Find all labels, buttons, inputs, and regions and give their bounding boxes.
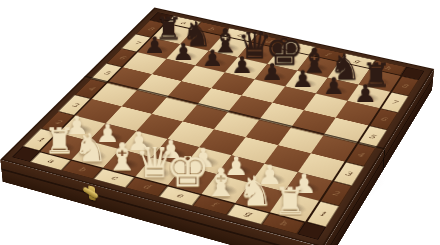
piece-contact-shadow bbox=[112, 156, 143, 171]
coord-label: e bbox=[175, 192, 185, 199]
piece-contact-shadow bbox=[66, 122, 96, 136]
piece-contact-shadow bbox=[144, 165, 175, 180]
piece-contact-shadow bbox=[187, 35, 214, 46]
coord-label: 5 bbox=[368, 133, 377, 140]
coord-label: 2 bbox=[53, 119, 63, 125]
piece-contact-shadow bbox=[323, 84, 351, 97]
piece-contact-shadow bbox=[262, 70, 289, 82]
piece-contact-shadow bbox=[354, 91, 382, 104]
piece-contact-shadow bbox=[49, 140, 79, 154]
piece-contact-shadow bbox=[216, 42, 243, 53]
coord-label: a bbox=[179, 20, 187, 25]
piece-contact-shadow bbox=[80, 148, 110, 162]
piece-contact-shadow bbox=[365, 75, 392, 87]
piece-contact-shadow bbox=[278, 199, 310, 215]
piece-contact-shadow bbox=[145, 43, 172, 54]
coord-label: h bbox=[384, 65, 392, 71]
piece-contact-shadow bbox=[274, 55, 301, 67]
piece-contact-shadow bbox=[244, 191, 275, 207]
piece-contact-shadow bbox=[159, 29, 185, 40]
coord-label: 4 bbox=[86, 86, 96, 92]
coord-label: 8 bbox=[146, 26, 155, 31]
coord-label: c bbox=[109, 174, 119, 181]
coord-label: 6 bbox=[379, 116, 388, 122]
chess-box: abcdefgh abcdefgh 87654321 87654321 ♜♞♝♛… bbox=[0, 8, 434, 245]
coord-label: 3 bbox=[70, 102, 80, 108]
coord-label: 7 bbox=[390, 99, 399, 105]
coord-label: 4 bbox=[356, 151, 365, 158]
piece-contact-shadow bbox=[258, 171, 289, 186]
piece-contact-shadow bbox=[173, 50, 200, 62]
piece-contact-shadow bbox=[192, 154, 222, 169]
coord-label: b bbox=[77, 166, 88, 173]
piece-contact-shadow bbox=[128, 138, 158, 152]
piece-contact-shadow bbox=[225, 162, 256, 177]
product-photo: abcdefgh abcdefgh 87654321 87654321 ♜♞♝♛… bbox=[0, 0, 440, 245]
piece-contact-shadow bbox=[210, 182, 241, 198]
coord-label: c bbox=[236, 33, 244, 38]
coord-label: h bbox=[278, 219, 288, 227]
brass-latch bbox=[82, 184, 100, 206]
coord-label: g bbox=[243, 210, 253, 218]
coord-label: 3 bbox=[344, 170, 353, 177]
coord-label: b bbox=[207, 26, 216, 31]
coord-label: 5 bbox=[102, 70, 111, 76]
piece-contact-shadow bbox=[292, 180, 323, 195]
coord-label: 6 bbox=[117, 55, 126, 61]
piece-contact-shadow bbox=[292, 77, 320, 89]
coord-label: 2 bbox=[331, 190, 341, 197]
piece-contact-shadow bbox=[232, 63, 259, 75]
piece-contact-shadow bbox=[176, 173, 207, 188]
coord-label: g bbox=[353, 58, 361, 64]
coord-label: 1 bbox=[35, 136, 45, 143]
scene: abcdefgh abcdefgh 87654321 87654321 ♜♞♝♛… bbox=[0, 0, 440, 245]
coord-label: 1 bbox=[318, 210, 328, 218]
piece-contact-shadow bbox=[335, 68, 362, 80]
coord-label: 8 bbox=[400, 83, 408, 89]
fold-seam-side bbox=[382, 148, 385, 172]
piece-contact-shadow bbox=[202, 56, 229, 68]
piece-contact-shadow bbox=[97, 130, 127, 144]
coord-label: a bbox=[46, 157, 56, 164]
coord-label: d bbox=[142, 183, 152, 190]
piece-contact-shadow bbox=[304, 61, 331, 73]
coord-label: f bbox=[210, 201, 218, 208]
piece-contact-shadow bbox=[245, 48, 272, 60]
coord-label: 7 bbox=[132, 40, 141, 45]
coord-label: d bbox=[264, 39, 272, 44]
piece-contact-shadow bbox=[160, 146, 190, 160]
coord-label: f bbox=[324, 52, 330, 57]
chess-board: abcdefgh abcdefgh 87654321 87654321 ♜♞♝♛… bbox=[0, 8, 434, 245]
coord-label: e bbox=[294, 45, 302, 50]
